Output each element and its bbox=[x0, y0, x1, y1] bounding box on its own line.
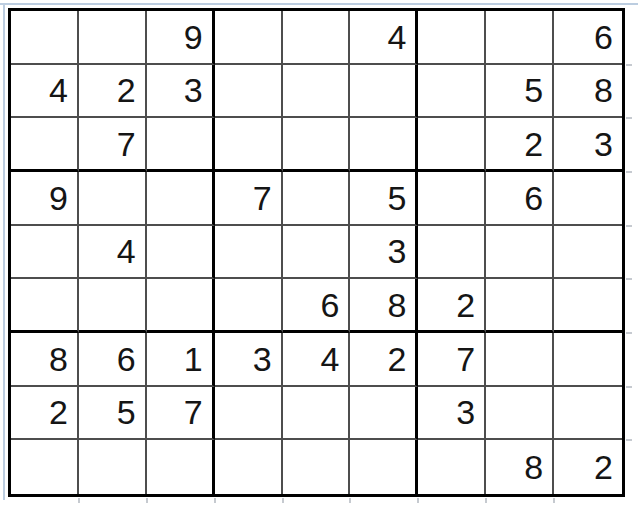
cell-r1c2[interactable] bbox=[79, 11, 147, 65]
cell-r5c8[interactable] bbox=[486, 226, 554, 280]
gridline-tick-bottom bbox=[282, 498, 284, 503]
cell-r8c4[interactable] bbox=[215, 387, 283, 441]
cell-r4c7[interactable] bbox=[418, 172, 486, 226]
cell-r4c9[interactable] bbox=[554, 172, 622, 226]
cell-r8c6[interactable] bbox=[350, 387, 418, 441]
cell-r6c5[interactable]: 6 bbox=[283, 279, 351, 333]
cell-r7c4[interactable]: 3 bbox=[215, 333, 283, 387]
cell-r4c4[interactable]: 7 bbox=[215, 172, 283, 226]
gridline-tick-right bbox=[626, 117, 632, 119]
cell-r8c2[interactable]: 5 bbox=[79, 387, 147, 441]
cell-r7c5[interactable]: 4 bbox=[283, 333, 351, 387]
cell-r6c4[interactable] bbox=[215, 279, 283, 333]
cell-r8c1[interactable]: 2 bbox=[11, 387, 79, 441]
cell-r7c2[interactable]: 6 bbox=[79, 333, 147, 387]
cell-r7c9[interactable] bbox=[554, 333, 622, 387]
cell-r1c3[interactable]: 9 bbox=[147, 11, 215, 65]
cell-r5c3[interactable] bbox=[147, 226, 215, 280]
cell-r7c3[interactable]: 1 bbox=[147, 333, 215, 387]
cell-r9c3[interactable] bbox=[147, 440, 215, 494]
cell-r9c4[interactable] bbox=[215, 440, 283, 494]
gridline-tick-right bbox=[626, 439, 632, 441]
cell-r8c3[interactable]: 7 bbox=[147, 387, 215, 441]
cell-r6c2[interactable] bbox=[79, 279, 147, 333]
cell-r1c8[interactable] bbox=[486, 11, 554, 65]
gridline-tick-bottom bbox=[214, 498, 216, 503]
gridline-tick-right bbox=[626, 386, 632, 388]
cell-r1c1[interactable] bbox=[11, 11, 79, 65]
cell-r9c6[interactable] bbox=[350, 440, 418, 494]
gridline-tick-right bbox=[626, 332, 632, 334]
cell-r7c7[interactable]: 7 bbox=[418, 333, 486, 387]
cell-r2c1[interactable]: 4 bbox=[11, 65, 79, 119]
cell-r2c3[interactable]: 3 bbox=[147, 65, 215, 119]
cell-r4c8[interactable]: 6 bbox=[486, 172, 554, 226]
cell-r6c6[interactable]: 8 bbox=[350, 279, 418, 333]
cell-r7c6[interactable]: 2 bbox=[350, 333, 418, 387]
gridline-tick-right bbox=[626, 64, 632, 66]
cell-r3c3[interactable] bbox=[147, 118, 215, 172]
cell-r1c4[interactable] bbox=[215, 11, 283, 65]
cell-r4c6[interactable]: 5 bbox=[350, 172, 418, 226]
cell-r7c8[interactable] bbox=[486, 333, 554, 387]
cell-r3c8[interactable]: 2 bbox=[486, 118, 554, 172]
cell-r6c8[interactable] bbox=[486, 279, 554, 333]
cell-r9c1[interactable] bbox=[11, 440, 79, 494]
gridline-tick-bottom bbox=[78, 498, 80, 503]
cell-r2c6[interactable] bbox=[350, 65, 418, 119]
gridline-tick-bottom bbox=[146, 498, 148, 503]
cell-r4c1[interactable]: 9 bbox=[11, 172, 79, 226]
spreadsheet-gridline-top bbox=[0, 3, 638, 5]
gridline-tick-bottom bbox=[485, 498, 487, 503]
cell-r1c5[interactable] bbox=[283, 11, 351, 65]
cell-r3c9[interactable]: 3 bbox=[554, 118, 622, 172]
cell-r2c5[interactable] bbox=[283, 65, 351, 119]
cell-r5c7[interactable] bbox=[418, 226, 486, 280]
cell-r6c1[interactable] bbox=[11, 279, 79, 333]
cell-r8c5[interactable] bbox=[283, 387, 351, 441]
cell-r6c7[interactable]: 2 bbox=[418, 279, 486, 333]
gridline-tick-right bbox=[626, 171, 632, 173]
cell-r3c1[interactable] bbox=[11, 118, 79, 172]
cell-r9c2[interactable] bbox=[79, 440, 147, 494]
cell-r9c7[interactable] bbox=[418, 440, 486, 494]
cell-r3c2[interactable]: 7 bbox=[79, 118, 147, 172]
cell-r1c9[interactable]: 6 bbox=[554, 11, 622, 65]
cell-r5c4[interactable] bbox=[215, 226, 283, 280]
cell-r5c6[interactable]: 3 bbox=[350, 226, 418, 280]
sudoku-page: 946423587239756436828613427257382 bbox=[0, 0, 640, 507]
cell-r2c8[interactable]: 5 bbox=[486, 65, 554, 119]
cell-r7c1[interactable]: 8 bbox=[11, 333, 79, 387]
cell-r1c7[interactable] bbox=[418, 11, 486, 65]
cell-r3c7[interactable] bbox=[418, 118, 486, 172]
cell-r8c7[interactable]: 3 bbox=[418, 387, 486, 441]
cell-r2c7[interactable] bbox=[418, 65, 486, 119]
cell-r4c2[interactable] bbox=[79, 172, 147, 226]
cell-r2c9[interactable]: 8 bbox=[554, 65, 622, 119]
cell-r4c5[interactable] bbox=[283, 172, 351, 226]
gridline-tick-right bbox=[626, 225, 632, 227]
cell-r1c6[interactable]: 4 bbox=[350, 11, 418, 65]
cell-r6c3[interactable] bbox=[147, 279, 215, 333]
cell-r2c2[interactable]: 2 bbox=[79, 65, 147, 119]
spreadsheet-gridline-left bbox=[3, 3, 5, 500]
cell-r9c8[interactable]: 8 bbox=[486, 440, 554, 494]
gridline-tick-right bbox=[626, 278, 632, 280]
cell-r3c5[interactable] bbox=[283, 118, 351, 172]
cell-r9c5[interactable] bbox=[283, 440, 351, 494]
cell-r5c2[interactable]: 4 bbox=[79, 226, 147, 280]
gridline-tick-bottom bbox=[553, 498, 555, 503]
cell-r5c5[interactable] bbox=[283, 226, 351, 280]
cell-r2c4[interactable] bbox=[215, 65, 283, 119]
sudoku-board: 946423587239756436828613427257382 bbox=[8, 8, 625, 497]
cell-r6c9[interactable] bbox=[554, 279, 622, 333]
cell-r5c9[interactable] bbox=[554, 226, 622, 280]
cell-r3c4[interactable] bbox=[215, 118, 283, 172]
cell-r8c9[interactable] bbox=[554, 387, 622, 441]
gridline-tick-bottom bbox=[349, 498, 351, 503]
cell-r9c9[interactable]: 2 bbox=[554, 440, 622, 494]
cell-r8c8[interactable] bbox=[486, 387, 554, 441]
cell-r5c1[interactable] bbox=[11, 226, 79, 280]
cell-r4c3[interactable] bbox=[147, 172, 215, 226]
gridline-tick-bottom bbox=[417, 498, 419, 503]
cell-r3c6[interactable] bbox=[350, 118, 418, 172]
